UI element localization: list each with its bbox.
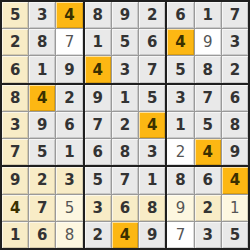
cell-r6c4[interactable]: 6 [85,139,111,165]
cell-r4c7[interactable]: 3 [167,85,193,111]
cell-r2c1[interactable]: 2 [2,29,28,55]
cell-r3c9[interactable]: 2 [222,56,248,82]
cell-r6c1[interactable]: 7 [2,139,28,165]
cell-r5c5[interactable]: 2 [112,112,138,138]
cell-r3c4[interactable]: 4 [85,56,111,82]
cell-r9c3[interactable]: 8 [56,222,82,248]
cell-r9c2[interactable]: 6 [29,222,55,248]
cell-r7c1[interactable]: 9 [2,167,28,193]
box-4: 842396751 [2,85,83,166]
cell-r8c4[interactable]: 3 [85,195,111,221]
cell-r6c3[interactable]: 1 [56,139,82,165]
cell-r2c8[interactable]: 9 [195,29,221,55]
cell-r9c8[interactable]: 3 [195,222,221,248]
cell-r1c6[interactable]: 2 [139,2,165,28]
cell-r5c3[interactable]: 6 [56,112,82,138]
cell-r9c1[interactable]: 1 [2,222,28,248]
box-3: 617493582 [167,2,248,83]
cell-r7c5[interactable]: 7 [112,167,138,193]
cell-r1c1[interactable]: 5 [2,2,28,28]
cell-r8c9[interactable]: 1 [222,195,248,221]
cell-r1c5[interactable]: 9 [112,2,138,28]
cell-r4c3[interactable]: 2 [56,85,82,111]
cell-r6c2[interactable]: 5 [29,139,55,165]
box-1: 534287619 [2,2,83,83]
cell-r7c4[interactable]: 5 [85,167,111,193]
cell-r8c1[interactable]: 4 [2,195,28,221]
cell-r7c9[interactable]: 4 [222,167,248,193]
cell-r8c6[interactable]: 8 [139,195,165,221]
cell-r7c3[interactable]: 3 [56,167,82,193]
cell-r2c6[interactable]: 6 [139,29,165,55]
cell-r5c8[interactable]: 5 [195,112,221,138]
cell-r5c6[interactable]: 4 [139,112,165,138]
cell-r1c4[interactable]: 8 [85,2,111,28]
cell-r3c8[interactable]: 8 [195,56,221,82]
cell-r1c7[interactable]: 6 [167,2,193,28]
cell-r6c5[interactable]: 8 [112,139,138,165]
cell-r1c2[interactable]: 3 [29,2,55,28]
cell-r6c6[interactable]: 3 [139,139,165,165]
cell-r4c8[interactable]: 7 [195,85,221,111]
cell-r2c5[interactable]: 5 [112,29,138,55]
cell-r8c8[interactable]: 2 [195,195,221,221]
cell-r3c1[interactable]: 6 [2,56,28,82]
box-7: 923475168 [2,167,83,248]
cell-r4c2[interactable]: 4 [29,85,55,111]
cell-r2c2[interactable]: 8 [29,29,55,55]
cell-r1c9[interactable]: 7 [222,2,248,28]
cell-r3c3[interactable]: 9 [56,56,82,82]
cell-r7c8[interactable]: 6 [195,167,221,193]
cell-r1c3[interactable]: 4 [56,2,82,28]
cell-r5c9[interactable]: 8 [222,112,248,138]
cell-r6c9[interactable]: 9 [222,139,248,165]
cell-r3c6[interactable]: 7 [139,56,165,82]
cell-r4c4[interactable]: 9 [85,85,111,111]
cell-r2c4[interactable]: 1 [85,29,111,55]
cell-r9c7[interactable]: 7 [167,222,193,248]
cell-r2c9[interactable]: 3 [222,29,248,55]
cell-r3c7[interactable]: 5 [167,56,193,82]
box-8: 571368249 [85,167,166,248]
cell-r2c3[interactable]: 7 [56,29,82,55]
cell-r7c2[interactable]: 2 [29,167,55,193]
cell-r5c7[interactable]: 1 [167,112,193,138]
box-5: 915724683 [85,85,166,166]
cell-r9c4[interactable]: 2 [85,222,111,248]
box-2: 892156437 [85,2,166,83]
cell-r9c9[interactable]: 5 [222,222,248,248]
cell-r4c9[interactable]: 6 [222,85,248,111]
cell-r5c2[interactable]: 9 [29,112,55,138]
cell-r3c5[interactable]: 3 [112,56,138,82]
box-6: 376158249 [167,85,248,166]
cell-r7c6[interactable]: 1 [139,167,165,193]
cell-r3c2[interactable]: 1 [29,56,55,82]
cell-r4c6[interactable]: 5 [139,85,165,111]
cell-r8c3[interactable]: 5 [56,195,82,221]
cell-r8c7[interactable]: 9 [167,195,193,221]
cell-r2c7[interactable]: 4 [167,29,193,55]
cell-r1c8[interactable]: 1 [195,2,221,28]
sudoku-board: 5342876198921564376174935828423967519157… [0,0,250,250]
cell-r4c5[interactable]: 1 [112,85,138,111]
cell-r9c6[interactable]: 9 [139,222,165,248]
cell-r6c7[interactable]: 2 [167,139,193,165]
cell-r8c2[interactable]: 7 [29,195,55,221]
cell-r4c1[interactable]: 8 [2,85,28,111]
cell-r5c4[interactable]: 7 [85,112,111,138]
cell-r5c1[interactable]: 3 [2,112,28,138]
box-9: 864921735 [167,167,248,248]
cell-r7c7[interactable]: 8 [167,167,193,193]
cell-r6c8[interactable]: 4 [195,139,221,165]
cell-r8c5[interactable]: 6 [112,195,138,221]
cell-r9c5[interactable]: 4 [112,222,138,248]
